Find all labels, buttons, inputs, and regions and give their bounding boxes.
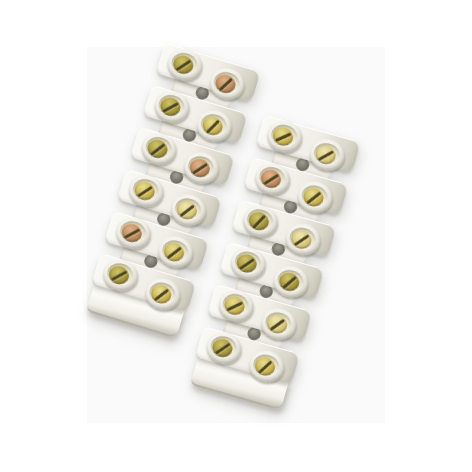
product-photo: [87, 47, 385, 423]
screw-bore: [143, 134, 174, 163]
screw-well: [264, 117, 306, 156]
screw-bore: [269, 122, 300, 150]
screw-slot: [226, 301, 243, 311]
screw-slot: [218, 77, 232, 91]
terminal-screw: [301, 186, 325, 209]
terminal-screw: [259, 168, 283, 191]
screw-slot: [162, 102, 178, 113]
terminal-screw: [149, 283, 173, 306]
screw-slot: [154, 288, 169, 301]
screw-bore: [299, 183, 330, 211]
screw-well: [164, 45, 207, 85]
terminal-screw: [175, 199, 199, 222]
terminal-screw: [253, 355, 277, 378]
screw-bore: [311, 140, 342, 168]
screw-bore: [147, 279, 178, 308]
screw-slot: [239, 258, 255, 270]
screw-bore: [172, 195, 203, 224]
screw-slot: [282, 275, 297, 288]
terminal-screw: [145, 137, 169, 160]
screw-bore: [198, 111, 229, 140]
terminal-screw: [289, 228, 313, 251]
terminal-screw: [210, 337, 234, 360]
screw-bore: [160, 237, 191, 266]
terminal-screw: [120, 222, 144, 245]
screw-slot: [263, 173, 279, 185]
screw-slot: [317, 150, 333, 161]
screw-bore: [211, 69, 242, 98]
screw-slot: [215, 342, 231, 354]
screw-bore: [208, 333, 239, 361]
terminal-screw: [162, 241, 186, 264]
screw-bore: [105, 260, 136, 289]
screw-bore: [232, 249, 263, 277]
screw-bore: [263, 309, 294, 337]
screw-bore: [275, 267, 306, 295]
terminal-screw: [171, 53, 195, 76]
terminal-screw: [277, 271, 301, 294]
screw-bore: [287, 225, 318, 253]
screw-slot: [166, 246, 181, 259]
terminal-screw: [200, 115, 224, 138]
terminal-screw: [235, 252, 259, 275]
screw-bore: [117, 218, 148, 247]
terminal-screw: [158, 95, 182, 118]
screw-slot: [137, 185, 153, 197]
screw-bore: [156, 92, 187, 121]
screw-bore: [220, 291, 251, 319]
screw-slot: [258, 360, 273, 374]
terminal-screw: [314, 144, 338, 167]
screw-bore: [251, 352, 282, 380]
screw-slot: [206, 119, 220, 133]
terminal-screw: [222, 294, 246, 317]
screw-slot: [175, 59, 191, 71]
screw-bore: [257, 164, 288, 192]
screw-bore: [130, 176, 161, 205]
screw-slot: [179, 204, 194, 217]
screw-slot: [192, 162, 208, 174]
terminal-screw: [132, 179, 156, 202]
screw-slot: [293, 234, 309, 246]
screw-bore: [169, 50, 200, 79]
screw-slot: [269, 318, 285, 330]
screw-slot: [124, 228, 140, 239]
terminal-screw: [213, 72, 237, 95]
screw-bore: [185, 153, 216, 182]
screw-slot: [306, 191, 321, 204]
page-background: [0, 0, 472, 472]
screw-slot: [150, 143, 165, 156]
terminal-screw: [188, 157, 212, 180]
terminal-screw: [265, 313, 289, 336]
terminal-screw: [271, 125, 295, 148]
screw-slot: [252, 214, 266, 228]
terminal-screw: [107, 264, 131, 287]
terminal-screw: [247, 210, 271, 233]
screw-bore: [245, 206, 276, 234]
screw-slot: [111, 270, 127, 281]
screw-slot: [275, 132, 292, 142]
